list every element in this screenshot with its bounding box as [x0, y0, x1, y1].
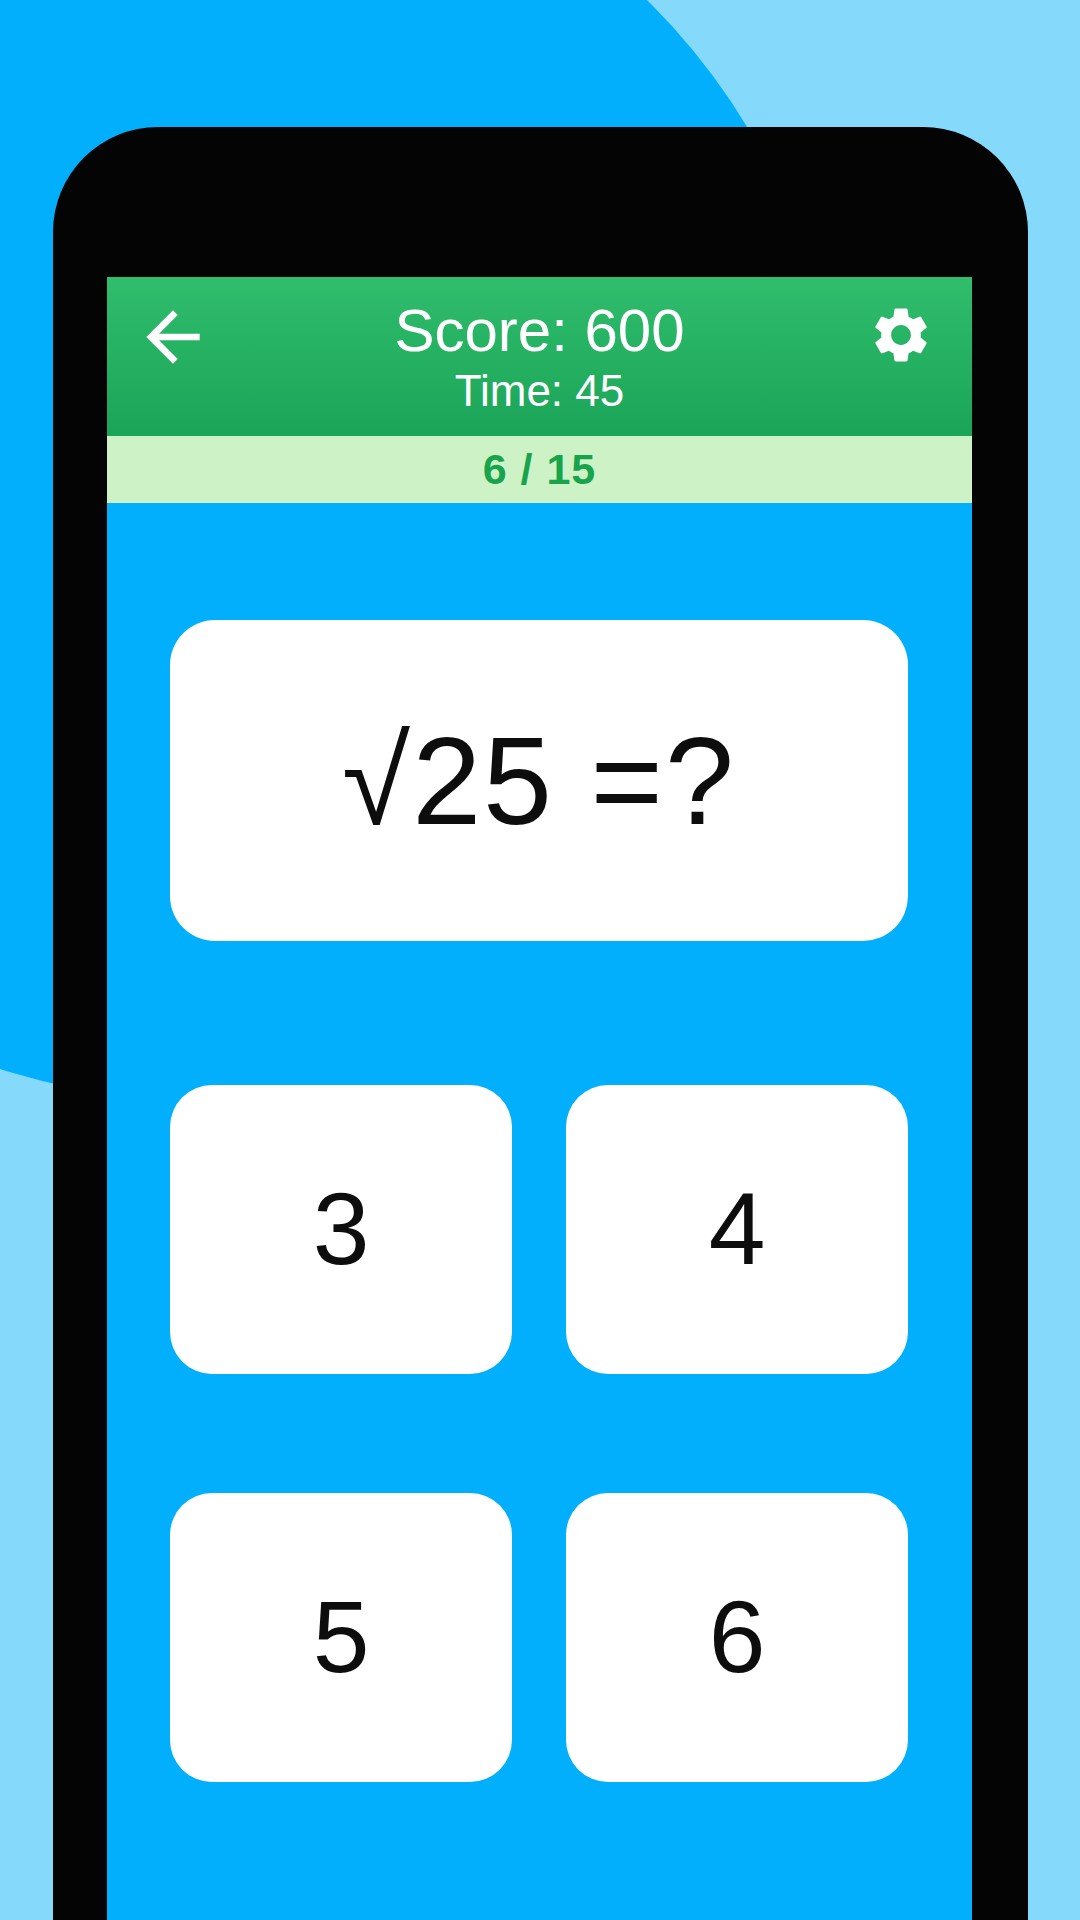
gear-icon: [868, 302, 934, 368]
answer-button-3[interactable]: 5: [170, 1493, 512, 1782]
answer-button-2[interactable]: 4: [566, 1085, 908, 1374]
time-label: Time: 45: [455, 365, 625, 417]
header-bar: Score: 600 Time: 45: [107, 277, 972, 436]
question-text: √25 =?: [342, 710, 736, 852]
arrow-left-icon: [133, 297, 213, 377]
answer-button-1[interactable]: 3: [170, 1085, 512, 1374]
answer-label: 6: [709, 1579, 766, 1696]
phone-screen: Score: 600 Time: 45 6 / 15 √25 =? 3: [107, 277, 972, 1920]
back-button[interactable]: [131, 295, 215, 379]
answer-label: 3: [313, 1171, 370, 1288]
answer-label: 5: [313, 1579, 370, 1696]
settings-button[interactable]: [859, 293, 943, 377]
answer-label: 4: [709, 1171, 766, 1288]
score-label: Score: 600: [394, 297, 684, 365]
question-card: √25 =?: [170, 620, 908, 941]
app-store-screenshot: Score: 600 Time: 45 6 / 15 √25 =? 3: [0, 0, 1080, 1920]
progress-label: 6 / 15: [483, 445, 597, 494]
phone-frame: Score: 600 Time: 45 6 / 15 √25 =? 3: [53, 127, 1028, 1920]
progress-bar: 6 / 15: [107, 436, 972, 503]
answer-button-4[interactable]: 6: [566, 1493, 908, 1782]
